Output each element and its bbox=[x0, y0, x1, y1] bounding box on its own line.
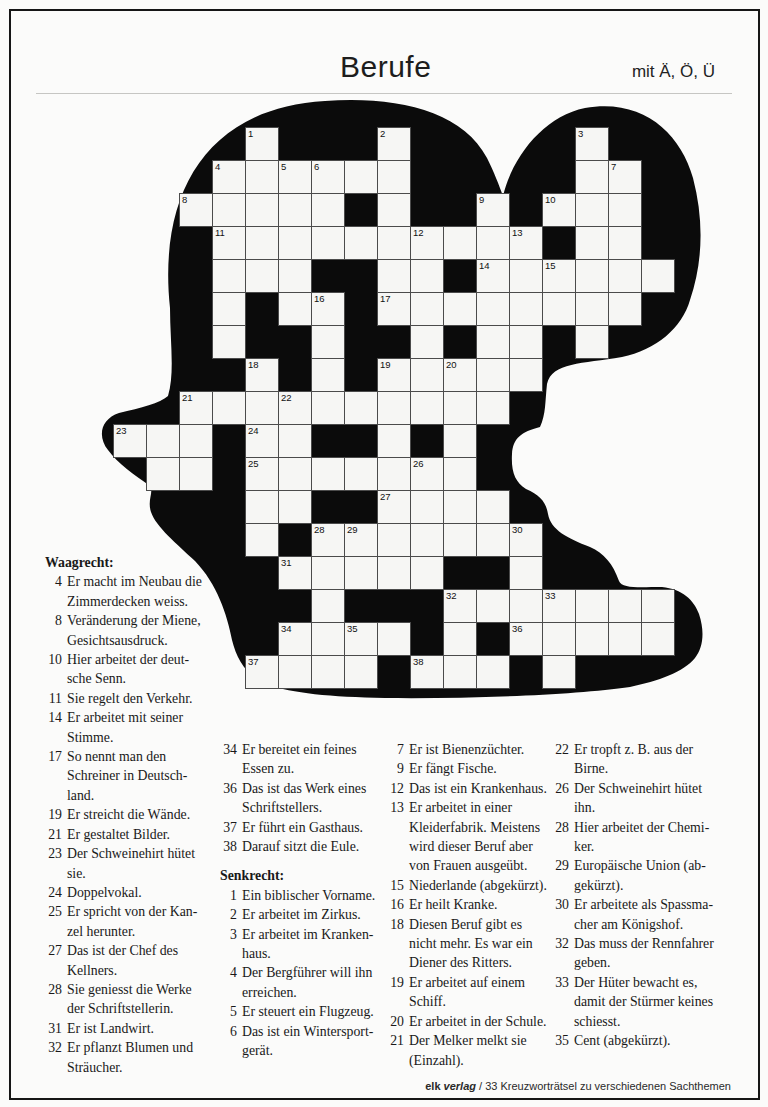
clue-number-18: 18 bbox=[248, 360, 259, 370]
cell-r9c12[interactable] bbox=[476, 391, 510, 425]
cell-r12c10[interactable] bbox=[410, 490, 444, 524]
clue-item-4: 4Er macht im Neubau die Zimmerdecken wei… bbox=[45, 572, 227, 611]
cell-r14c7[interactable] bbox=[311, 556, 345, 590]
cell-r6c15[interactable] bbox=[575, 292, 609, 326]
cell-r8c11[interactable]: 20 bbox=[443, 358, 477, 392]
clue-item-text: Sie geniesst die Werke der Schriftstelle… bbox=[67, 980, 192, 1019]
cell-r5c6[interactable] bbox=[278, 259, 312, 293]
clue-item-number: 28 bbox=[552, 818, 569, 857]
cell-r4c15[interactable] bbox=[575, 226, 609, 260]
cell-r15c17[interactable] bbox=[641, 589, 675, 623]
cell-r3c16[interactable] bbox=[608, 193, 642, 227]
cell-r4c5[interactable] bbox=[245, 226, 279, 260]
clue-item-text: Europäische Union (ab- gekürzt). bbox=[574, 856, 706, 895]
cell-r16c16[interactable] bbox=[608, 622, 642, 656]
clue-number-34: 34 bbox=[281, 624, 292, 634]
clue-number-26: 26 bbox=[413, 459, 424, 469]
cell-r13c7[interactable]: 28 bbox=[311, 523, 345, 557]
clue-number-25: 25 bbox=[248, 459, 259, 469]
clue-number-31: 31 bbox=[281, 558, 292, 568]
clue-item-38: 38Darauf sitzt die Eule. bbox=[220, 837, 402, 856]
cell-r4c11[interactable] bbox=[443, 226, 477, 260]
cell-r17c5[interactable]: 37 bbox=[245, 655, 279, 689]
clue-item-28: 28Hier arbeitet der Chemi- ker. bbox=[552, 818, 734, 857]
cell-r3c4[interactable] bbox=[212, 193, 246, 227]
cell-r13c13[interactable]: 30 bbox=[509, 523, 543, 557]
clue-item-36: 36Das ist das Werk eines Schriftstellers… bbox=[220, 779, 402, 818]
clue-number-28: 28 bbox=[314, 525, 325, 535]
clue-item-text: Er arbeitet in der Schule. bbox=[409, 1012, 547, 1031]
clue-item-34: 34Er bereitet ein feines Essen zu. bbox=[220, 740, 402, 779]
clue-item-number: 13 bbox=[387, 798, 404, 876]
clue-number-20: 20 bbox=[446, 360, 457, 370]
cell-r11c9[interactable] bbox=[377, 457, 411, 491]
cell-r9c5[interactable] bbox=[245, 391, 279, 425]
clue-heading: Senkrecht: bbox=[220, 866, 402, 885]
cell-r9c11[interactable] bbox=[443, 391, 477, 425]
clue-number-3: 3 bbox=[578, 129, 583, 139]
clue-item-number: 17 bbox=[45, 747, 62, 805]
clue-item-text: Er arbeitete als Spassma- cher am Königs… bbox=[574, 895, 713, 934]
cell-r8c9[interactable]: 19 bbox=[377, 358, 411, 392]
clue-item-text: Das ist das Werk eines Schriftstellers. bbox=[242, 779, 366, 818]
clue-item-number: 22 bbox=[552, 740, 569, 779]
cell-r2c16[interactable]: 7 bbox=[608, 160, 642, 194]
clue-column-4: 22Er tropft z. B. aus der Birne.26Der Sc… bbox=[552, 740, 734, 1051]
clue-item-text: So nennt man den Schreiner in Deutsch- l… bbox=[67, 747, 187, 805]
clue-number-38: 38 bbox=[413, 657, 424, 667]
cell-r3c3[interactable]: 8 bbox=[179, 193, 213, 227]
cell-r13c8[interactable]: 29 bbox=[344, 523, 378, 557]
page: Berufe mit Ä, Ö, Ü 123456789101112131415… bbox=[0, 0, 768, 1107]
clue-item-text: Er streicht die Wände. bbox=[67, 805, 190, 824]
clue-item-text: Er arbeitet auf einem Schiff. bbox=[409, 973, 525, 1012]
cell-r2c9[interactable] bbox=[377, 160, 411, 194]
clue-number-37: 37 bbox=[248, 657, 259, 667]
cell-r12c11[interactable] bbox=[443, 490, 477, 524]
cell-r11c7[interactable] bbox=[311, 457, 345, 491]
clue-item-number: 32 bbox=[45, 1038, 62, 1077]
clue-item-number: 15 bbox=[387, 876, 404, 895]
clue-item-number: 35 bbox=[552, 1031, 569, 1050]
clue-item-text: Er pflanzt Blumen und Sträucher. bbox=[67, 1038, 193, 1077]
clue-item-number: 11 bbox=[45, 689, 62, 708]
clue-heading: Waagrecht: bbox=[45, 553, 227, 572]
clue-item-number: 32 bbox=[552, 934, 569, 973]
cell-r9c10[interactable] bbox=[410, 391, 444, 425]
cell-r6c13[interactable] bbox=[509, 292, 543, 326]
clue-number-11: 11 bbox=[215, 228, 225, 238]
clue-item-12: 12Das ist ein Krankenhaus. bbox=[387, 779, 569, 798]
clue-item-number: 19 bbox=[45, 805, 62, 824]
cell-r2c7[interactable]: 6 bbox=[311, 160, 345, 194]
cell-r4c6[interactable] bbox=[278, 226, 312, 260]
cell-r12c5[interactable] bbox=[245, 490, 279, 524]
clue-number-22: 22 bbox=[281, 393, 292, 403]
footer-text: / 33 Kreuzworträtsel zu verschiedenen Sa… bbox=[476, 1080, 731, 1092]
clue-item-24: 24Doppelvokal. bbox=[45, 883, 227, 902]
cell-r3c7[interactable] bbox=[311, 193, 345, 227]
cell-r11c10[interactable]: 26 bbox=[410, 457, 444, 491]
cell-r7c12[interactable] bbox=[476, 325, 510, 359]
clue-item-text: Er arbeitet im Kranken- haus. bbox=[242, 925, 373, 964]
clue-item-text: Er fängt Fische. bbox=[409, 759, 497, 778]
clue-item-number: 24 bbox=[45, 883, 62, 902]
cell-r6c7[interactable]: 16 bbox=[311, 292, 345, 326]
clue-item-35: 35Cent (abgekürzt). bbox=[552, 1031, 734, 1050]
cell-r4c16[interactable] bbox=[608, 226, 642, 260]
cell-r12c9[interactable]: 27 bbox=[377, 490, 411, 524]
clue-item-number: 16 bbox=[387, 895, 404, 914]
clue-item-number: 2 bbox=[220, 905, 237, 924]
clue-item-number: 20 bbox=[387, 1012, 404, 1031]
clue-item-26: 26Der Schweinehirt hütet ihn. bbox=[552, 779, 734, 818]
cell-r11c3[interactable] bbox=[179, 457, 213, 491]
cell-r9c9[interactable] bbox=[377, 391, 411, 425]
clue-number-1: 1 bbox=[248, 129, 253, 139]
clue-item-19: 19Er streicht die Wände. bbox=[45, 805, 227, 824]
clue-item-text: Er bereitet ein feines Essen zu. bbox=[242, 740, 357, 779]
cell-r14c8[interactable] bbox=[344, 556, 378, 590]
clue-item-number: 21 bbox=[45, 825, 62, 844]
cell-r3c14[interactable]: 10 bbox=[542, 193, 576, 227]
cell-r11c11[interactable] bbox=[443, 457, 477, 491]
clue-number-9: 9 bbox=[479, 195, 484, 205]
cell-r15c13[interactable] bbox=[509, 589, 543, 623]
cell-r9c7[interactable] bbox=[311, 391, 345, 425]
cell-r15c7[interactable] bbox=[311, 589, 345, 623]
cell-r2c6[interactable]: 5 bbox=[278, 160, 312, 194]
clue-item-11: 11Sie regelt den Verkehr. bbox=[45, 689, 227, 708]
clue-item-number: 18 bbox=[387, 915, 404, 973]
clue-item-number: 26 bbox=[552, 779, 569, 818]
clue-item-17: 17So nennt man den Schreiner in Deutsch-… bbox=[45, 747, 227, 805]
clue-item-text: Er gestaltet Bilder. bbox=[67, 825, 170, 844]
clue-item-32: 32Das muss der Rennfahrer geben. bbox=[552, 934, 734, 973]
clue-item-37: 37Er führt ein Gasthaus. bbox=[220, 818, 402, 837]
clue-number-24: 24 bbox=[248, 426, 259, 436]
clue-item-number: 37 bbox=[220, 818, 237, 837]
clue-item-text: Der Melker melkt sie (Einzahl). bbox=[409, 1031, 527, 1070]
cell-r7c7[interactable] bbox=[311, 325, 345, 359]
cell-r6c6[interactable] bbox=[278, 292, 312, 326]
cell-r1c5[interactable]: 1 bbox=[245, 127, 279, 161]
cell-r8c5[interactable]: 18 bbox=[245, 358, 279, 392]
clue-number-2: 2 bbox=[380, 129, 385, 139]
footer-publisher-2: verlag bbox=[444, 1080, 476, 1092]
clue-item-16: 16Er heilt Kranke. bbox=[387, 895, 569, 914]
clue-item-text: Er spricht von der Kan- zel herunter. bbox=[67, 902, 197, 941]
clue-item-text: Er führt ein Gasthaus. bbox=[242, 818, 363, 837]
cell-r14c9[interactable] bbox=[377, 556, 411, 590]
cell-r5c17[interactable] bbox=[641, 259, 675, 293]
cell-r5c14[interactable]: 15 bbox=[542, 259, 576, 293]
cell-r14c6[interactable]: 31 bbox=[278, 556, 312, 590]
cell-r8c13[interactable] bbox=[509, 358, 543, 392]
cell-r10c1[interactable]: 23 bbox=[113, 424, 147, 458]
cell-r10c6[interactable] bbox=[278, 424, 312, 458]
cell-r17c14[interactable] bbox=[542, 655, 576, 689]
clue-item-text: Er ist Landwirt. bbox=[67, 1019, 154, 1038]
clue-item-8: 8Veränderung der Miene, Gesichtsausdruck… bbox=[45, 611, 227, 650]
cell-r16c9[interactable] bbox=[377, 622, 411, 656]
clue-column-1: Waagrecht:4Er macht im Neubau die Zimmer… bbox=[45, 553, 227, 1077]
cell-r5c15[interactable] bbox=[575, 259, 609, 293]
clue-item-text: Er ist Bienenzüchter. bbox=[409, 740, 524, 759]
cell-r10c5[interactable]: 24 bbox=[245, 424, 279, 458]
clue-item-text: Der Bergführer will ihn erreichen. bbox=[242, 963, 372, 1002]
clue-item-15: 15Niederlande (abgekürzt). bbox=[387, 876, 569, 895]
clue-item-18: 18Diesen Beruf gibt es nicht mehr. Es wa… bbox=[387, 915, 569, 973]
cell-r6c10[interactable] bbox=[410, 292, 444, 326]
cell-r17c11[interactable] bbox=[443, 655, 477, 689]
cell-r10c2[interactable] bbox=[146, 424, 180, 458]
clue-item-23: 23Der Schweinehirt hütet sie. bbox=[45, 844, 227, 883]
cell-r7c15[interactable] bbox=[575, 325, 609, 359]
cell-r3c12[interactable]: 9 bbox=[476, 193, 510, 227]
cell-r13c10[interactable] bbox=[410, 523, 444, 557]
clue-number-30: 30 bbox=[512, 525, 523, 535]
cell-r3c5[interactable] bbox=[245, 193, 279, 227]
clue-item-21: 21Der Melker melkt sie (Einzahl). bbox=[387, 1031, 569, 1070]
clue-item-text: Das muss der Rennfahrer geben. bbox=[574, 934, 714, 973]
cell-r1c15[interactable]: 3 bbox=[575, 127, 609, 161]
cell-r6c16[interactable] bbox=[608, 292, 642, 326]
clue-number-16: 16 bbox=[314, 294, 325, 304]
footer-credit: elk verlag / 33 Kreuzworträtsel zu versc… bbox=[425, 1080, 731, 1092]
cell-r9c4[interactable] bbox=[212, 391, 246, 425]
cell-r4c10[interactable]: 12 bbox=[410, 226, 444, 260]
cell-r13c12[interactable] bbox=[476, 523, 510, 557]
cell-r4c7[interactable] bbox=[311, 226, 345, 260]
clue-number-10: 10 bbox=[545, 195, 556, 205]
clue-item-text: Das ist der Chef des Kellners. bbox=[67, 941, 178, 980]
clue-number-7: 7 bbox=[611, 162, 616, 172]
clue-item-7: 7Er ist Bienenzüchter. bbox=[387, 740, 569, 759]
clue-item-text: Darauf sitzt die Eule. bbox=[242, 837, 359, 856]
cell-r10c3[interactable] bbox=[179, 424, 213, 458]
cell-r17c6[interactable] bbox=[278, 655, 312, 689]
clue-number-12: 12 bbox=[413, 228, 424, 238]
cell-r6c14[interactable] bbox=[542, 292, 576, 326]
clue-item-number: 29 bbox=[552, 856, 569, 895]
clue-item-25: 25Er spricht von der Kan- zel herunter. bbox=[45, 902, 227, 941]
clue-item-10: 10Hier arbeitet der deut- sche Senn. bbox=[45, 650, 227, 689]
cell-r7c4[interactable] bbox=[212, 325, 246, 359]
clue-item-31: 31Er ist Landwirt. bbox=[45, 1019, 227, 1038]
cell-r5c4[interactable] bbox=[212, 259, 246, 293]
clue-item-text: Cent (abgekürzt). bbox=[574, 1031, 671, 1050]
cell-r14c13[interactable] bbox=[509, 556, 543, 590]
cell-r2c15[interactable] bbox=[575, 160, 609, 194]
clue-item-number: 33 bbox=[552, 973, 569, 1031]
clue-item-number: 5 bbox=[220, 1002, 237, 1021]
clue-number-8: 8 bbox=[182, 195, 187, 205]
cell-r11c6[interactable] bbox=[278, 457, 312, 491]
cell-r3c15[interactable] bbox=[575, 193, 609, 227]
clue-number-23: 23 bbox=[116, 426, 127, 436]
cell-r5c9[interactable] bbox=[377, 259, 411, 293]
cell-r6c9[interactable]: 17 bbox=[377, 292, 411, 326]
clue-item-3: 3Er arbeitet im Kranken- haus. bbox=[220, 925, 402, 964]
clue-item-20: 20Er arbeitet in der Schule. bbox=[387, 1012, 569, 1031]
cell-r6c4[interactable] bbox=[212, 292, 246, 326]
clue-item-text: Hier arbeitet der deut- sche Senn. bbox=[67, 650, 189, 689]
clue-item-text: Der Hüter bewacht es, damit der Stürmer … bbox=[574, 973, 713, 1031]
cell-r9c6[interactable]: 22 bbox=[278, 391, 312, 425]
clue-item-text: Er arbeitet mit seiner Stimme. bbox=[67, 708, 183, 747]
cell-r2c5[interactable] bbox=[245, 160, 279, 194]
clue-item-6: 6Das ist ein Wintersport- gerät. bbox=[220, 1022, 402, 1061]
cell-r14c10[interactable] bbox=[410, 556, 444, 590]
clue-item-text: Hier arbeitet der Chemi- ker. bbox=[574, 818, 709, 857]
cell-r13c9[interactable] bbox=[377, 523, 411, 557]
clue-number-27: 27 bbox=[380, 492, 391, 502]
cell-r10c11[interactable] bbox=[443, 424, 477, 458]
clue-item-9: 9Er fängt Fische. bbox=[387, 759, 569, 778]
clue-item-14: 14Er arbeitet mit seiner Stimme. bbox=[45, 708, 227, 747]
cell-r15c16[interactable] bbox=[608, 589, 642, 623]
clue-item-number: 8 bbox=[45, 611, 62, 650]
cell-r16c6[interactable]: 34 bbox=[278, 622, 312, 656]
clue-item-number: 14 bbox=[45, 708, 62, 747]
cell-r8c12[interactable] bbox=[476, 358, 510, 392]
clue-item-27: 27Das ist der Chef des Kellners. bbox=[45, 941, 227, 980]
clue-item-text: Diesen Beruf gibt es nicht mehr. Es war … bbox=[409, 915, 533, 973]
cell-r15c12[interactable] bbox=[476, 589, 510, 623]
clue-item-number: 23 bbox=[45, 844, 62, 883]
clue-item-number: 6 bbox=[220, 1022, 237, 1061]
clue-number-29: 29 bbox=[347, 525, 358, 535]
clue-item-text: Der Schweinehirt hütet sie. bbox=[67, 844, 195, 883]
clue-item-number: 4 bbox=[45, 572, 62, 611]
footer-publisher: elk bbox=[425, 1080, 440, 1092]
cell-r11c2[interactable] bbox=[146, 457, 180, 491]
clue-number-21: 21 bbox=[182, 393, 193, 403]
cell-r6c12[interactable] bbox=[476, 292, 510, 326]
cell-r16c14[interactable] bbox=[542, 622, 576, 656]
clue-item-text: Er arbeitet in einer Kleiderfabrik. Meis… bbox=[409, 798, 540, 876]
cell-r5c10[interactable] bbox=[410, 259, 444, 293]
cell-r4c12[interactable] bbox=[476, 226, 510, 260]
clue-item-text: Das ist ein Wintersport- gerät. bbox=[242, 1022, 373, 1061]
cell-r8c7[interactable] bbox=[311, 358, 345, 392]
cell-r2c4[interactable]: 4 bbox=[212, 160, 246, 194]
cell-r5c5[interactable] bbox=[245, 259, 279, 293]
cell-r5c16[interactable] bbox=[608, 259, 642, 293]
cell-r8c10[interactable] bbox=[410, 358, 444, 392]
clue-item-4: 4Der Bergführer will ihn erreichen. bbox=[220, 963, 402, 1002]
clue-item-text: Ein biblischer Vorname. bbox=[242, 886, 375, 905]
clue-item-number: 25 bbox=[45, 902, 62, 941]
clue-number-19: 19 bbox=[380, 360, 391, 370]
clue-item-19: 19Er arbeitet auf einem Schiff. bbox=[387, 973, 569, 1012]
cell-r10c9[interactable] bbox=[377, 424, 411, 458]
clue-number-33: 33 bbox=[545, 591, 556, 601]
clue-item-number: 12 bbox=[387, 779, 404, 798]
cell-r4c8[interactable] bbox=[344, 226, 378, 260]
clue-item-29: 29Europäische Union (ab- gekürzt). bbox=[552, 856, 734, 895]
clue-number-36: 36 bbox=[512, 624, 523, 634]
cell-r16c17[interactable] bbox=[641, 622, 675, 656]
cell-r3c9[interactable] bbox=[377, 193, 411, 227]
clue-number-15: 15 bbox=[545, 261, 556, 271]
cell-r15c15[interactable] bbox=[575, 589, 609, 623]
cell-r9c3[interactable]: 21 bbox=[179, 391, 213, 425]
clue-item-text: Er steuert ein Flugzeug. bbox=[242, 1002, 374, 1021]
clue-item-text: Er tropft z. B. aus der Birne. bbox=[574, 740, 693, 779]
cell-r1c9[interactable]: 2 bbox=[377, 127, 411, 161]
cell-r4c13[interactable]: 13 bbox=[509, 226, 543, 260]
cell-r17c7[interactable] bbox=[311, 655, 345, 689]
cell-r16c15[interactable] bbox=[575, 622, 609, 656]
cell-r13c11[interactable] bbox=[443, 523, 477, 557]
cell-r11c5[interactable]: 25 bbox=[245, 457, 279, 491]
clue-item-2: 2Er arbeitet im Zirkus. bbox=[220, 905, 402, 924]
cell-r5c12[interactable]: 14 bbox=[476, 259, 510, 293]
clue-item-22: 22Er tropft z. B. aus der Birne. bbox=[552, 740, 734, 779]
clue-item-5: 5Er steuert ein Flugzeug. bbox=[220, 1002, 402, 1021]
clue-item-text: Das ist ein Krankenhaus. bbox=[409, 779, 547, 798]
cell-r7c10[interactable] bbox=[410, 325, 444, 359]
cell-r9c8[interactable] bbox=[344, 391, 378, 425]
cell-r4c4[interactable]: 11 bbox=[212, 226, 246, 260]
cell-r17c12[interactable] bbox=[476, 655, 510, 689]
clue-item-number: 1 bbox=[220, 886, 237, 905]
clue-item-text: Doppelvokal. bbox=[67, 883, 142, 902]
clue-item-number: 38 bbox=[220, 837, 237, 856]
cell-r11c8[interactable] bbox=[344, 457, 378, 491]
clue-number-13: 13 bbox=[512, 228, 523, 238]
clue-item-number: 9 bbox=[387, 759, 404, 778]
cell-r12c12[interactable] bbox=[476, 490, 510, 524]
cell-r16c11[interactable] bbox=[443, 622, 477, 656]
cell-r5c13[interactable] bbox=[509, 259, 543, 293]
cell-r17c8[interactable] bbox=[344, 655, 378, 689]
cell-r16c13[interactable]: 36 bbox=[509, 622, 543, 656]
cell-r3c6[interactable] bbox=[278, 193, 312, 227]
clue-item-32: 32Er pflanzt Blumen und Sträucher. bbox=[45, 1038, 227, 1077]
clue-item-number: 10 bbox=[45, 650, 62, 689]
clue-item-1: 1Ein biblischer Vorname. bbox=[220, 886, 402, 905]
cell-r12c6[interactable] bbox=[278, 490, 312, 524]
clue-number-4: 4 bbox=[215, 162, 220, 172]
clue-item-text: Veränderung der Miene, Gesichtsausdruck. bbox=[67, 611, 201, 650]
cell-r7c13[interactable] bbox=[509, 325, 543, 359]
clue-item-number: 19 bbox=[387, 973, 404, 1012]
clue-item-text: Er arbeitet im Zirkus. bbox=[242, 905, 361, 924]
clue-item-number: 27 bbox=[45, 941, 62, 980]
clue-item-number: 30 bbox=[552, 895, 569, 934]
clue-item-30: 30Er arbeitete als Spassma- cher am Köni… bbox=[552, 895, 734, 934]
cell-r16c7[interactable] bbox=[311, 622, 345, 656]
clue-item-text: Der Schweinehirt hütet ihn. bbox=[574, 779, 702, 818]
clue-number-5: 5 bbox=[281, 162, 286, 172]
clue-item-number: 31 bbox=[45, 1019, 62, 1038]
cell-r17c10[interactable]: 38 bbox=[410, 655, 444, 689]
cell-r13c5[interactable] bbox=[245, 523, 279, 557]
cell-r15c11[interactable]: 32 bbox=[443, 589, 477, 623]
clue-item-text: Er heilt Kranke. bbox=[409, 895, 498, 914]
clue-item-13: 13Er arbeitet in einer Kleiderfabrik. Me… bbox=[387, 798, 569, 876]
cell-r6c11[interactable] bbox=[443, 292, 477, 326]
cell-r16c8[interactable]: 35 bbox=[344, 622, 378, 656]
cell-r2c8[interactable] bbox=[344, 160, 378, 194]
clue-item-text: Sie regelt den Verkehr. bbox=[67, 689, 192, 708]
cell-r15c14[interactable]: 33 bbox=[542, 589, 576, 623]
cell-r4c9[interactable] bbox=[377, 226, 411, 260]
clue-number-6: 6 bbox=[314, 162, 319, 172]
